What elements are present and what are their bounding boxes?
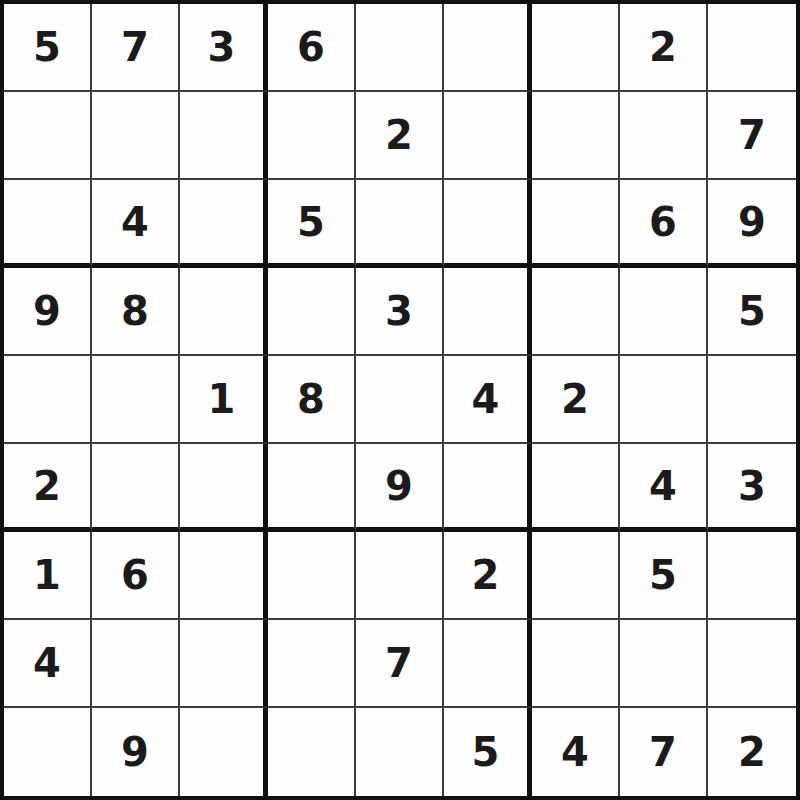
sudoku-cell-r4c5[interactable]: 3 bbox=[356, 268, 444, 356]
sudoku-cell-r8c5[interactable]: 7 bbox=[356, 620, 444, 708]
sudoku-cell-r6c9[interactable]: 3 bbox=[708, 444, 796, 532]
sudoku-cell-r2c4[interactable] bbox=[268, 92, 356, 180]
sudoku-cell-r6c3[interactable] bbox=[180, 444, 268, 532]
sudoku-cell-r3c3[interactable] bbox=[180, 180, 268, 268]
sudoku-cell-r4c7[interactable] bbox=[532, 268, 620, 356]
sudoku-cell-r6c4[interactable] bbox=[268, 444, 356, 532]
sudoku-cell-r3c1[interactable] bbox=[4, 180, 92, 268]
sudoku-cell-r3c7[interactable] bbox=[532, 180, 620, 268]
sudoku-cell-r7c1[interactable]: 1 bbox=[4, 532, 92, 620]
sudoku-cell-r7c7[interactable] bbox=[532, 532, 620, 620]
sudoku-cell-r4c6[interactable] bbox=[444, 268, 532, 356]
sudoku-cell-r4c8[interactable] bbox=[620, 268, 708, 356]
sudoku-cell-r6c6[interactable] bbox=[444, 444, 532, 532]
sudoku-cell-r8c8[interactable] bbox=[620, 620, 708, 708]
sudoku-cell-r7c9[interactable] bbox=[708, 532, 796, 620]
sudoku-cell-r1c7[interactable] bbox=[532, 4, 620, 92]
sudoku-cell-r5c9[interactable] bbox=[708, 356, 796, 444]
sudoku-cell-r9c4[interactable] bbox=[268, 708, 356, 796]
sudoku-cell-r1c6[interactable] bbox=[444, 4, 532, 92]
sudoku-cell-r3c5[interactable] bbox=[356, 180, 444, 268]
sudoku-cell-r2c9[interactable]: 7 bbox=[708, 92, 796, 180]
sudoku-cell-r3c9[interactable]: 9 bbox=[708, 180, 796, 268]
sudoku-cell-r3c2[interactable]: 4 bbox=[92, 180, 180, 268]
sudoku-cell-r8c3[interactable] bbox=[180, 620, 268, 708]
sudoku-cell-r5c7[interactable]: 2 bbox=[532, 356, 620, 444]
sudoku-cell-r7c8[interactable]: 5 bbox=[620, 532, 708, 620]
sudoku-cell-r6c8[interactable]: 4 bbox=[620, 444, 708, 532]
sudoku-cell-r2c1[interactable] bbox=[4, 92, 92, 180]
sudoku-cell-r7c5[interactable] bbox=[356, 532, 444, 620]
sudoku-cell-r1c9[interactable] bbox=[708, 4, 796, 92]
sudoku-cell-r2c2[interactable] bbox=[92, 92, 180, 180]
sudoku-page: 5736227456998351842294316254795472 bbox=[0, 0, 800, 800]
sudoku-cell-r1c4[interactable]: 6 bbox=[268, 4, 356, 92]
sudoku-cell-r5c8[interactable] bbox=[620, 356, 708, 444]
sudoku-cell-r2c3[interactable] bbox=[180, 92, 268, 180]
sudoku-cell-r1c5[interactable] bbox=[356, 4, 444, 92]
sudoku-cell-r6c1[interactable]: 2 bbox=[4, 444, 92, 532]
sudoku-cell-r9c6[interactable]: 5 bbox=[444, 708, 532, 796]
sudoku-cell-r4c9[interactable]: 5 bbox=[708, 268, 796, 356]
sudoku-cell-r9c7[interactable]: 4 bbox=[532, 708, 620, 796]
sudoku-cell-r9c5[interactable] bbox=[356, 708, 444, 796]
sudoku-cell-r3c8[interactable]: 6 bbox=[620, 180, 708, 268]
sudoku-cell-r9c8[interactable]: 7 bbox=[620, 708, 708, 796]
sudoku-cell-r2c7[interactable] bbox=[532, 92, 620, 180]
sudoku-cell-r5c4[interactable]: 8 bbox=[268, 356, 356, 444]
sudoku-cell-r8c4[interactable] bbox=[268, 620, 356, 708]
sudoku-cell-r5c2[interactable] bbox=[92, 356, 180, 444]
sudoku-cell-r1c2[interactable]: 7 bbox=[92, 4, 180, 92]
sudoku-cell-r5c1[interactable] bbox=[4, 356, 92, 444]
sudoku-cell-r9c9[interactable]: 2 bbox=[708, 708, 796, 796]
sudoku-cell-r8c6[interactable] bbox=[444, 620, 532, 708]
sudoku-cell-r8c2[interactable] bbox=[92, 620, 180, 708]
sudoku-cell-r4c2[interactable]: 8 bbox=[92, 268, 180, 356]
sudoku-cell-r2c6[interactable] bbox=[444, 92, 532, 180]
sudoku-cell-r5c6[interactable]: 4 bbox=[444, 356, 532, 444]
sudoku-cell-r7c6[interactable]: 2 bbox=[444, 532, 532, 620]
sudoku-cell-r9c3[interactable] bbox=[180, 708, 268, 796]
sudoku-cell-r8c1[interactable]: 4 bbox=[4, 620, 92, 708]
sudoku-cell-r1c3[interactable]: 3 bbox=[180, 4, 268, 92]
sudoku-cell-r6c7[interactable] bbox=[532, 444, 620, 532]
sudoku-cell-r7c3[interactable] bbox=[180, 532, 268, 620]
sudoku-board: 5736227456998351842294316254795472 bbox=[0, 0, 800, 800]
sudoku-cell-r8c7[interactable] bbox=[532, 620, 620, 708]
sudoku-cell-r6c5[interactable]: 9 bbox=[356, 444, 444, 532]
sudoku-cell-r6c2[interactable] bbox=[92, 444, 180, 532]
sudoku-cell-r9c1[interactable] bbox=[4, 708, 92, 796]
sudoku-cell-r2c8[interactable] bbox=[620, 92, 708, 180]
sudoku-cell-r3c6[interactable] bbox=[444, 180, 532, 268]
sudoku-cell-r4c1[interactable]: 9 bbox=[4, 268, 92, 356]
sudoku-cell-r5c3[interactable]: 1 bbox=[180, 356, 268, 444]
sudoku-cell-r8c9[interactable] bbox=[708, 620, 796, 708]
sudoku-cell-r4c4[interactable] bbox=[268, 268, 356, 356]
sudoku-cell-r3c4[interactable]: 5 bbox=[268, 180, 356, 268]
sudoku-cell-r7c2[interactable]: 6 bbox=[92, 532, 180, 620]
sudoku-cell-r7c4[interactable] bbox=[268, 532, 356, 620]
sudoku-cell-r4c3[interactable] bbox=[180, 268, 268, 356]
sudoku-cell-r9c2[interactable]: 9 bbox=[92, 708, 180, 796]
sudoku-cell-r5c5[interactable] bbox=[356, 356, 444, 444]
sudoku-cell-r1c8[interactable]: 2 bbox=[620, 4, 708, 92]
sudoku-cell-r2c5[interactable]: 2 bbox=[356, 92, 444, 180]
sudoku-cell-r1c1[interactable]: 5 bbox=[4, 4, 92, 92]
